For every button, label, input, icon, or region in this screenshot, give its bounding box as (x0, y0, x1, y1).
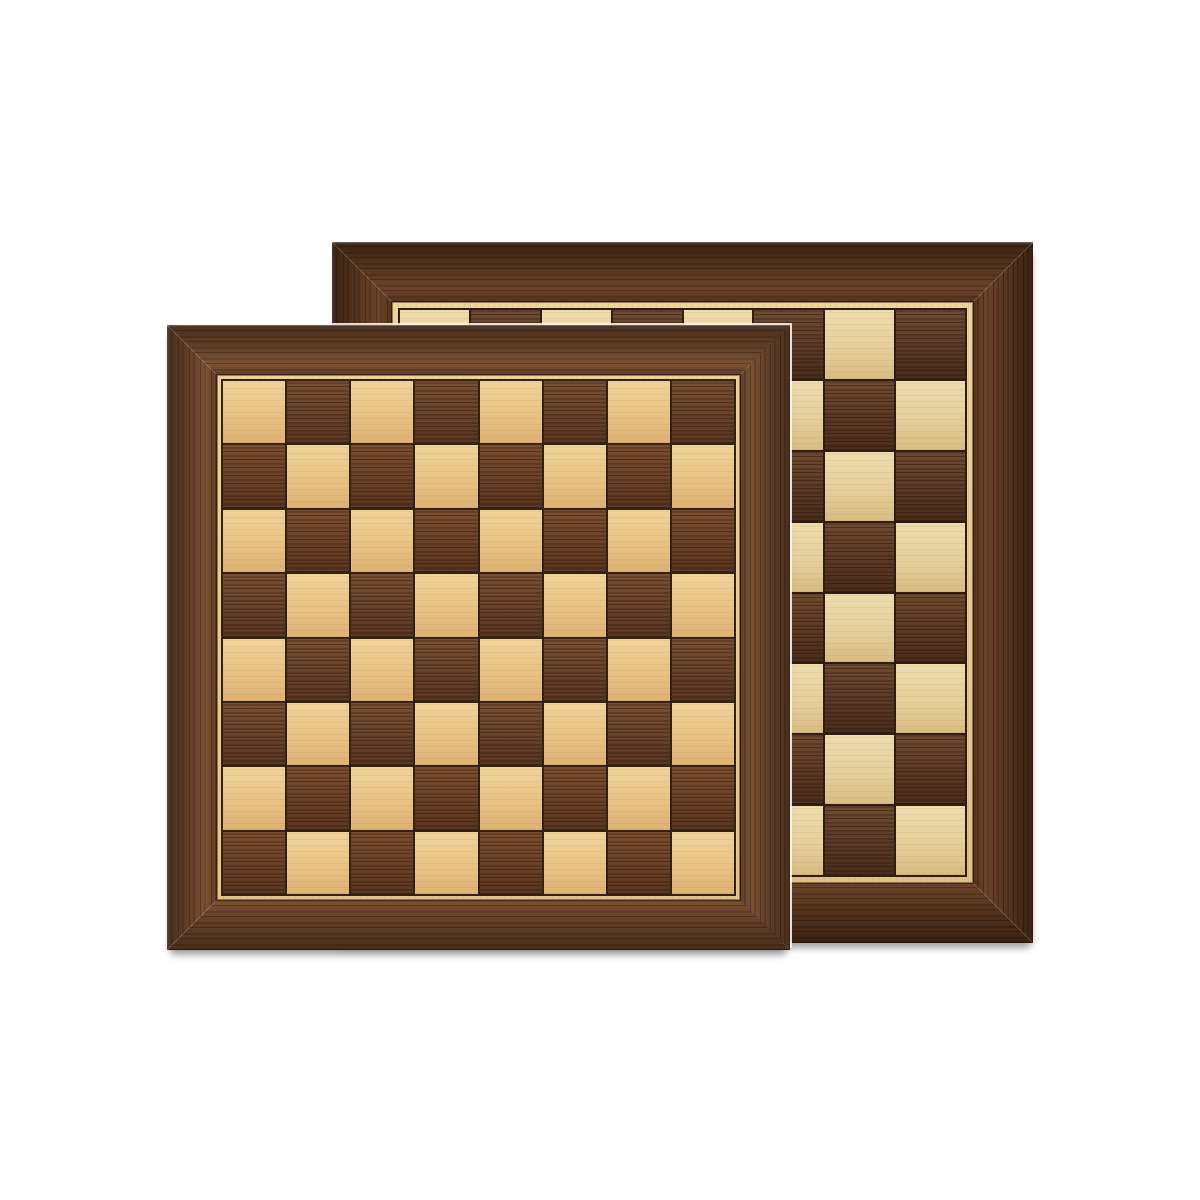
product-photo-background (0, 0, 1200, 1200)
front-board-square-h8 (672, 381, 734, 443)
front-board-square-d1 (415, 832, 477, 894)
back-board-square-g8 (825, 310, 894, 379)
front-board-square-h5 (672, 574, 734, 636)
front-board-square-a6 (223, 510, 285, 572)
front-board-square-g6 (608, 510, 670, 572)
front-board-square-g3 (608, 703, 670, 765)
back-board-square-g2 (825, 735, 894, 804)
front-board-square-b7 (287, 445, 349, 507)
front-board-grid (223, 381, 734, 894)
front-board-square-c6 (351, 510, 413, 572)
front-board-square-b8 (287, 381, 349, 443)
front-board-frame-bottom (167, 900, 790, 950)
front-board-square-f4 (544, 639, 606, 701)
front-board-square-d4 (415, 639, 477, 701)
front-board-square-c8 (351, 381, 413, 443)
front-board-square-a2 (223, 767, 285, 829)
front-board-square-f8 (544, 381, 606, 443)
front-board-square-g2 (608, 767, 670, 829)
front-board-square-e4 (480, 639, 542, 701)
front-board-seam-border (221, 379, 736, 896)
front-board-square-b5 (287, 574, 349, 636)
front-board-square-f7 (544, 445, 606, 507)
front-board-square-c2 (351, 767, 413, 829)
front-board-square-g7 (608, 445, 670, 507)
front-board-square-d5 (415, 574, 477, 636)
front-board-square-c4 (351, 639, 413, 701)
front-board-square-h2 (672, 767, 734, 829)
back-board-square-g6 (825, 452, 894, 521)
back-board-square-h4 (896, 594, 965, 663)
front-board-square-d3 (415, 703, 477, 765)
back-board-square-h5 (896, 523, 965, 592)
front-board-square-h4 (672, 639, 734, 701)
front-board-square-e7 (480, 445, 542, 507)
front-board-square-f3 (544, 703, 606, 765)
back-board-square-h8 (896, 310, 965, 379)
front-board-square-b4 (287, 639, 349, 701)
back-board-square-g3 (825, 664, 894, 733)
front-board-square-g8 (608, 381, 670, 443)
front-board-square-d8 (415, 381, 477, 443)
front-board-square-a8 (223, 381, 285, 443)
front-board-square-c7 (351, 445, 413, 507)
front-board-square-f2 (544, 767, 606, 829)
back-board-square-g7 (825, 381, 894, 450)
front-board-square-e8 (480, 381, 542, 443)
front-board-square-d7 (415, 445, 477, 507)
back-board-square-h6 (896, 452, 965, 521)
front-board-frame-left (167, 325, 217, 950)
front-board-square-a1 (223, 832, 285, 894)
front-board-square-d6 (415, 510, 477, 572)
front-board-square-e2 (480, 767, 542, 829)
front-board-square-h7 (672, 445, 734, 507)
front-board-maple-inlay-border (217, 375, 740, 900)
front-board-square-c1 (351, 832, 413, 894)
front-board-square-h3 (672, 703, 734, 765)
front-board-square-g1 (608, 832, 670, 894)
front-board-square-f1 (544, 832, 606, 894)
front-board-square-b6 (287, 510, 349, 572)
front-board-square-b1 (287, 832, 349, 894)
front-board-square-e6 (480, 510, 542, 572)
front-board-square-e5 (480, 574, 542, 636)
front-board-square-a3 (223, 703, 285, 765)
front-board-square-b2 (287, 767, 349, 829)
front-board-square-g4 (608, 639, 670, 701)
front-board-square-g5 (608, 574, 670, 636)
back-board-square-h3 (896, 664, 965, 733)
back-board-frame-right (973, 242, 1033, 943)
front-board-square-a5 (223, 574, 285, 636)
front-board-square-f5 (544, 574, 606, 636)
front-board-square-h6 (672, 510, 734, 572)
back-board-square-h1 (896, 806, 965, 875)
back-board-square-g4 (825, 594, 894, 663)
front-board-square-e1 (480, 832, 542, 894)
back-board-square-g5 (825, 523, 894, 592)
back-board-square-h7 (896, 381, 965, 450)
front-board-square-c3 (351, 703, 413, 765)
front-board-square-h1 (672, 832, 734, 894)
front-board-square-a4 (223, 639, 285, 701)
front-board-square-b3 (287, 703, 349, 765)
front-board-frame-top (167, 325, 790, 375)
front-board-square-c5 (351, 574, 413, 636)
front-board-square-e3 (480, 703, 542, 765)
back-board-square-g1 (825, 806, 894, 875)
front-board-frame-right (740, 325, 790, 950)
front-board-square-f6 (544, 510, 606, 572)
front-chess-board (167, 325, 790, 950)
front-board-square-a7 (223, 445, 285, 507)
back-board-square-h2 (896, 735, 965, 804)
back-board-frame-top (332, 242, 1033, 302)
front-board-square-d2 (415, 767, 477, 829)
